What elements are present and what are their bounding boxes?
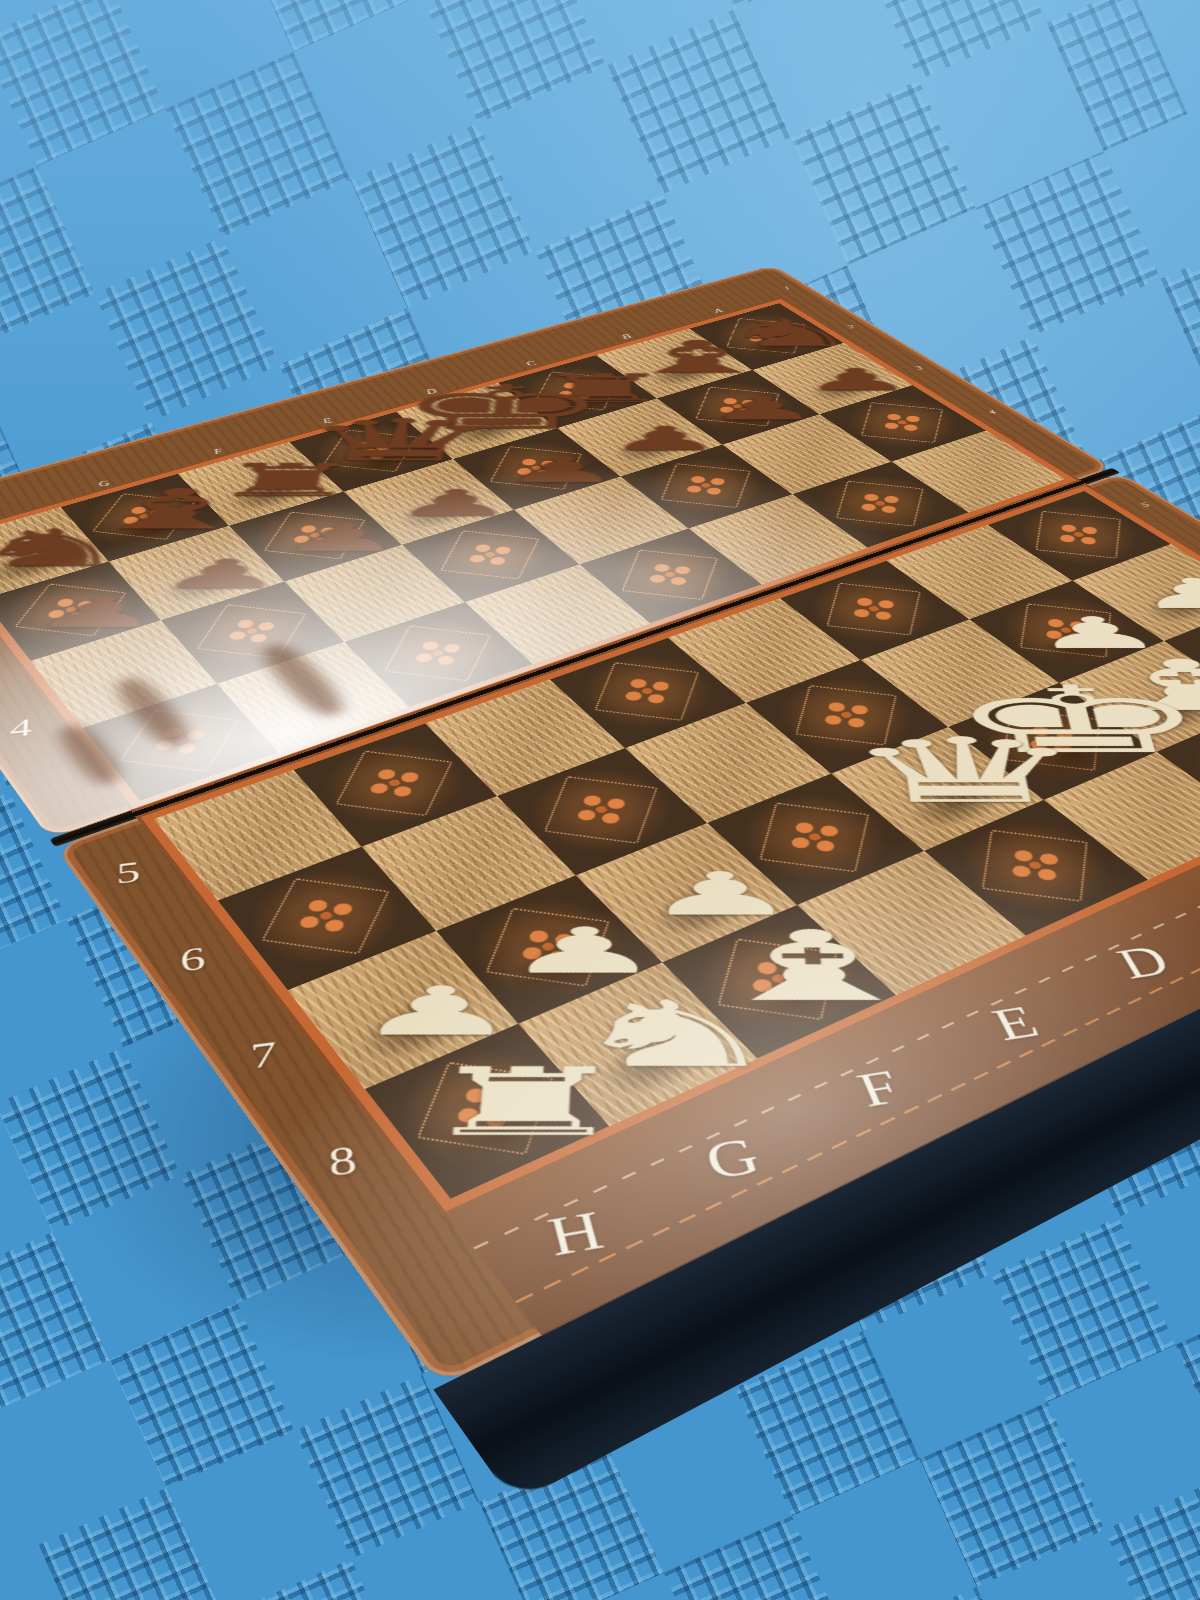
piece-reflection [254,640,353,720]
square-ornament [836,481,924,527]
piece-black-pawn[interactable]: ♟ [501,453,622,488]
piece-black-pawn[interactable]: ♟ [25,592,172,635]
piece-black-pawn[interactable]: ♟ [606,422,724,455]
piece-black-pawn[interactable]: ♟ [391,485,518,522]
square-ornament [660,463,751,508]
piece-reflection [109,674,197,751]
square-ornament [440,530,540,579]
piece-black-pawn[interactable]: ♟ [275,519,408,557]
piece-black-pawn[interactable]: ♟ [153,554,293,594]
square-ornament [1035,511,1121,559]
square-ornament [826,583,921,636]
piece-reflection [53,721,128,788]
square-ornament [861,402,944,443]
piece-black-pawn[interactable]: ♟ [706,393,822,425]
square-ornament [621,550,718,601]
